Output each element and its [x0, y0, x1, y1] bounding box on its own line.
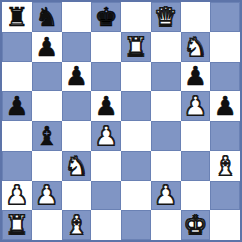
square-d5[interactable]: ♟ [91, 91, 121, 121]
square-c2[interactable] [62, 181, 92, 211]
piece-white-knight[interactable]: ♞ [65, 153, 88, 179]
square-e4[interactable] [121, 121, 151, 151]
square-b5[interactable] [32, 91, 62, 121]
piece-white-rook[interactable]: ♜ [5, 212, 28, 238]
square-a7[interactable] [2, 32, 32, 62]
square-a3[interactable] [2, 151, 32, 181]
square-g7[interactable]: ♞ [181, 32, 211, 62]
square-d8[interactable]: ♚ [91, 2, 121, 32]
piece-black-pawn[interactable]: ♟ [65, 63, 88, 89]
square-e2[interactable] [121, 181, 151, 211]
piece-white-queen[interactable]: ♛ [154, 4, 177, 30]
piece-white-pawn[interactable]: ♟ [35, 182, 58, 208]
piece-black-pawn[interactable]: ♟ [35, 34, 58, 60]
square-g8[interactable] [181, 2, 211, 32]
square-h6[interactable] [210, 62, 240, 92]
square-f6[interactable] [151, 62, 181, 92]
square-b7[interactable]: ♟ [32, 32, 62, 62]
square-a5[interactable]: ♟ [2, 91, 32, 121]
square-h4[interactable] [210, 121, 240, 151]
square-e5[interactable] [121, 91, 151, 121]
square-d7[interactable] [91, 32, 121, 62]
square-e6[interactable] [121, 62, 151, 92]
square-h5[interactable]: ♟ [210, 91, 240, 121]
square-h1[interactable] [210, 210, 240, 240]
square-g2[interactable] [181, 181, 211, 211]
square-a8[interactable]: ♜ [2, 2, 32, 32]
square-c1[interactable]: ♝ [62, 210, 92, 240]
square-d4[interactable]: ♟ [91, 121, 121, 151]
square-e7[interactable]: ♜ [121, 32, 151, 62]
piece-black-pawn[interactable]: ♟ [213, 93, 236, 119]
square-f3[interactable] [151, 151, 181, 181]
square-c8[interactable] [62, 2, 92, 32]
square-b1[interactable] [32, 210, 62, 240]
chess-board: ♜♞♚♛♟♜♞♟♟♟♟♟♟♝♟♞♝♟♟♟♜♝♚ [0, 0, 242, 242]
square-c3[interactable]: ♞ [62, 151, 92, 181]
square-f2[interactable]: ♟ [151, 181, 181, 211]
square-e3[interactable] [121, 151, 151, 181]
square-b2[interactable]: ♟ [32, 181, 62, 211]
square-h8[interactable] [210, 2, 240, 32]
square-h7[interactable] [210, 32, 240, 62]
square-f8[interactable]: ♛ [151, 2, 181, 32]
square-g1[interactable]: ♚ [181, 210, 211, 240]
square-f1[interactable] [151, 210, 181, 240]
square-g6[interactable]: ♟ [181, 62, 211, 92]
piece-black-knight[interactable]: ♞ [35, 4, 58, 30]
piece-black-pawn[interactable]: ♟ [184, 63, 207, 89]
piece-black-pawn[interactable]: ♟ [5, 93, 28, 119]
square-e1[interactable] [121, 210, 151, 240]
square-g3[interactable] [181, 151, 211, 181]
piece-white-pawn[interactable]: ♟ [94, 123, 117, 149]
square-f4[interactable] [151, 121, 181, 151]
piece-black-rook[interactable]: ♜ [5, 4, 28, 30]
square-a1[interactable]: ♜ [2, 210, 32, 240]
piece-white-pawn[interactable]: ♟ [5, 182, 28, 208]
square-c6[interactable]: ♟ [62, 62, 92, 92]
square-b3[interactable] [32, 151, 62, 181]
square-c4[interactable] [62, 121, 92, 151]
square-d1[interactable] [91, 210, 121, 240]
square-c7[interactable] [62, 32, 92, 62]
piece-white-rook[interactable]: ♜ [124, 34, 147, 60]
square-g5[interactable]: ♟ [181, 91, 211, 121]
square-d3[interactable] [91, 151, 121, 181]
square-g4[interactable] [181, 121, 211, 151]
piece-black-pawn[interactable]: ♟ [94, 93, 117, 119]
piece-white-king[interactable]: ♚ [184, 212, 207, 238]
square-a6[interactable] [2, 62, 32, 92]
square-b8[interactable]: ♞ [32, 2, 62, 32]
square-a2[interactable]: ♟ [2, 181, 32, 211]
piece-white-pawn[interactable]: ♟ [154, 182, 177, 208]
piece-black-bishop[interactable]: ♝ [35, 123, 58, 149]
square-d2[interactable] [91, 181, 121, 211]
square-h3[interactable]: ♝ [210, 151, 240, 181]
square-e8[interactable] [121, 2, 151, 32]
square-c5[interactable] [62, 91, 92, 121]
square-b6[interactable] [32, 62, 62, 92]
piece-black-king[interactable]: ♚ [94, 4, 117, 30]
square-b4[interactable]: ♝ [32, 121, 62, 151]
square-f5[interactable] [151, 91, 181, 121]
square-h2[interactable] [210, 181, 240, 211]
square-d6[interactable] [91, 62, 121, 92]
piece-white-bishop[interactable]: ♝ [213, 153, 236, 179]
square-f7[interactable] [151, 32, 181, 62]
piece-white-bishop[interactable]: ♝ [65, 212, 88, 238]
piece-white-pawn[interactable]: ♟ [184, 93, 207, 119]
square-a4[interactable] [2, 121, 32, 151]
piece-white-knight[interactable]: ♞ [184, 34, 207, 60]
